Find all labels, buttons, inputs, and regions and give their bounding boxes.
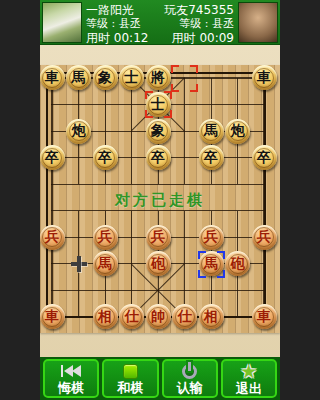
piece-red-帥[interactable]: 帥 xyxy=(146,304,171,329)
left-player-info: 一路阳光 等级 : 县丞 用时 00:12 xyxy=(86,3,148,45)
piece-red-相[interactable]: 相 xyxy=(199,304,224,329)
exit-button[interactable]: ★ 退出 xyxy=(221,359,277,398)
rewind-icon xyxy=(61,362,81,380)
piece-black-卒[interactable]: 卒 xyxy=(199,145,224,170)
piece-red-兵[interactable]: 兵 xyxy=(40,225,65,250)
piece-red-車[interactable]: 車 xyxy=(252,304,277,329)
selected-piece-marker xyxy=(198,251,225,278)
piece-black-象[interactable]: 象 xyxy=(93,65,118,90)
last-move-to-marker xyxy=(145,91,172,118)
piece-red-兵[interactable]: 兵 xyxy=(252,225,277,250)
piece-black-車[interactable]: 車 xyxy=(40,65,65,90)
piece-black-馬[interactable]: 馬 xyxy=(66,65,91,90)
piece-black-卒[interactable]: 卒 xyxy=(252,145,277,170)
exit-button-label: 退出 xyxy=(236,381,262,396)
piece-black-馬[interactable]: 馬 xyxy=(199,119,224,144)
star-icon: ★ xyxy=(240,362,257,381)
green-square-icon xyxy=(123,362,138,380)
piece-red-相[interactable]: 相 xyxy=(93,304,118,329)
power-icon xyxy=(182,362,197,380)
piece-red-仕[interactable]: 仕 xyxy=(172,304,197,329)
left-player-avatar xyxy=(42,2,82,43)
right-player-rank: 等级 : 县丞 xyxy=(164,17,234,31)
app-screen: 一路阳光 等级 : 县丞 用时 00:12 玩友745355 等级 : 县丞 用… xyxy=(40,0,280,400)
piece-red-車[interactable]: 車 xyxy=(40,304,65,329)
piece-red-仕[interactable]: 仕 xyxy=(119,304,144,329)
piece-black-炮[interactable]: 炮 xyxy=(66,119,91,144)
right-player-info: 玩友745355 等级 : 县丞 用时 00:09 xyxy=(164,3,234,45)
left-player-rank: 等级 : 县丞 xyxy=(86,17,148,31)
piece-red-兵[interactable]: 兵 xyxy=(199,225,224,250)
piece-black-車[interactable]: 車 xyxy=(252,65,277,90)
undo-button-label: 悔棋 xyxy=(58,380,84,395)
draw-button-label: 和棋 xyxy=(117,380,143,395)
left-player-name: 一路阳光 xyxy=(86,3,148,17)
left-player-time: 用时 00:12 xyxy=(86,31,148,45)
undo-button[interactable]: 悔棋 xyxy=(43,359,99,398)
draw-button[interactable]: 和棋 xyxy=(102,359,158,398)
top-bar: 一路阳光 等级 : 县丞 用时 00:12 玩友745355 等级 : 县丞 用… xyxy=(40,0,280,45)
right-player-name: 玩友745355 xyxy=(164,3,234,17)
bottom-bar: 悔棋 和棋 认输 ★ 退出 xyxy=(40,357,280,400)
piece-red-兵[interactable]: 兵 xyxy=(146,225,171,250)
piece-black-炮[interactable]: 炮 xyxy=(225,119,250,144)
board-area: 車馬象士將車士炮象馬炮卒卒卒卒卒兵兵兵兵兵馬砲馬砲車相仕帥仕相車 对方已走棋 xyxy=(40,45,280,358)
piece-black-將[interactable]: 將 xyxy=(146,65,171,90)
piece-black-象[interactable]: 象 xyxy=(146,119,171,144)
piece-red-馬[interactable]: 馬 xyxy=(93,251,118,276)
piece-black-士[interactable]: 士 xyxy=(119,65,144,90)
right-player-avatar xyxy=(238,2,278,43)
right-player-time: 用时 00:09 xyxy=(164,31,234,45)
resign-button[interactable]: 认输 xyxy=(162,359,218,398)
last-move-from-marker xyxy=(171,65,198,92)
piece-red-砲[interactable]: 砲 xyxy=(225,251,250,276)
piece-black-卒[interactable]: 卒 xyxy=(146,145,171,170)
piece-red-兵[interactable]: 兵 xyxy=(93,225,118,250)
piece-black-卒[interactable]: 卒 xyxy=(40,145,65,170)
piece-black-卒[interactable]: 卒 xyxy=(93,145,118,170)
status-message: 对方已走棋 xyxy=(40,191,280,210)
cursor-marker xyxy=(71,256,87,272)
piece-red-砲[interactable]: 砲 xyxy=(146,251,171,276)
resign-button-label: 认输 xyxy=(177,380,203,395)
